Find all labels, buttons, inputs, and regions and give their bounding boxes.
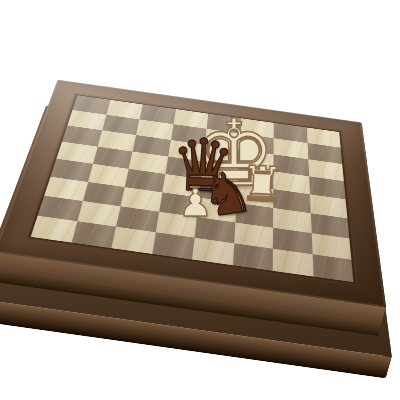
board-square xyxy=(232,243,272,271)
board-square xyxy=(111,227,155,254)
board-square xyxy=(273,228,312,254)
board-square xyxy=(121,187,162,212)
board-square xyxy=(312,254,353,282)
board-square xyxy=(31,216,77,243)
board-square xyxy=(192,238,234,266)
board-square xyxy=(125,169,165,192)
board-square xyxy=(88,164,129,187)
board-square xyxy=(234,222,273,248)
board-square xyxy=(82,182,124,206)
board-square xyxy=(152,232,195,259)
board-square xyxy=(93,147,133,169)
board-square xyxy=(310,213,349,238)
white-pawn[interactable]: ♟ xyxy=(178,184,212,222)
board-square xyxy=(273,249,313,277)
board-square xyxy=(71,221,116,248)
board-square xyxy=(56,142,97,164)
board-square xyxy=(38,196,83,222)
product-photo: ♚♛♜♞♟ xyxy=(0,0,400,400)
board-square xyxy=(50,159,92,182)
board-square xyxy=(116,206,159,232)
board-square xyxy=(311,233,351,260)
board-square xyxy=(129,152,168,174)
board-square xyxy=(77,201,121,227)
board-square xyxy=(309,194,347,218)
board-square xyxy=(44,177,87,201)
